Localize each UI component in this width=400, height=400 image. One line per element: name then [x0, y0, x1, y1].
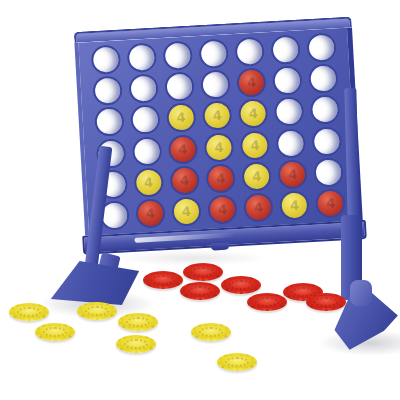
- loose-red-disc-5[interactable]: [247, 293, 287, 311]
- cell-r3-c6[interactable]: [270, 95, 308, 128]
- disc-emboss: 4: [180, 173, 190, 186]
- red-disc: 4: [238, 70, 264, 96]
- cell-r6-c5[interactable]: 4: [240, 191, 278, 224]
- hole: [200, 70, 231, 101]
- disc-emboss: 4: [288, 167, 298, 180]
- cell-r6-c2[interactable]: 4: [131, 197, 169, 230]
- hole: [90, 45, 121, 76]
- cell-r3-c5[interactable]: 4: [234, 97, 272, 130]
- loose-yellow-disc-3[interactable]: [77, 302, 117, 320]
- cell-r3-c2[interactable]: [126, 103, 164, 136]
- hole: [308, 64, 339, 95]
- disc-emboss: 4: [254, 201, 264, 214]
- loose-red-disc-2[interactable]: [183, 263, 223, 281]
- hole: [92, 76, 123, 107]
- loose-yellow-disc-4[interactable]: [118, 313, 158, 331]
- hole: [271, 34, 302, 65]
- red-disc: 4: [207, 165, 233, 191]
- disc-emboss: 4: [326, 197, 336, 210]
- yellow-disc: 4: [204, 103, 230, 129]
- cell-r5-c3[interactable]: 4: [166, 164, 204, 197]
- hole: [312, 126, 343, 157]
- cell-r3-c7[interactable]: [307, 93, 345, 126]
- cell-r6-c4[interactable]: 4: [204, 193, 242, 226]
- cell-r4-c3[interactable]: 4: [164, 133, 202, 166]
- cell-r1-c1[interactable]: [87, 43, 125, 76]
- rail-highlight: [135, 232, 236, 243]
- yellow-disc: 4: [240, 101, 266, 127]
- hole: 4: [315, 188, 346, 219]
- yellow-disc: 4: [168, 105, 194, 131]
- cell-r1-c7[interactable]: [303, 31, 341, 64]
- cell-r3-c1[interactable]: [90, 105, 128, 138]
- cell-r5-c4[interactable]: 4: [202, 162, 240, 195]
- loose-yellow-disc-7[interactable]: [217, 353, 257, 371]
- cell-r2-c3[interactable]: [160, 70, 198, 103]
- loose-yellow-disc-6[interactable]: [191, 323, 231, 341]
- board-grid: 444444444444444444: [78, 28, 357, 236]
- cell-r4-c4[interactable]: 4: [200, 131, 238, 164]
- disc-emboss: 4: [247, 76, 257, 89]
- hole: 4: [238, 99, 269, 130]
- cell-r6-c6[interactable]: 4: [276, 189, 314, 222]
- loose-yellow-disc-5[interactable]: [116, 335, 156, 353]
- cell-r3-c4[interactable]: 4: [198, 99, 236, 132]
- cell-r1-c6[interactable]: [267, 33, 305, 66]
- disc-emboss: 4: [144, 175, 154, 188]
- yellow-disc: 4: [281, 192, 307, 218]
- disc-emboss: 4: [181, 205, 191, 218]
- loose-yellow-disc-1[interactable]: [9, 303, 49, 321]
- loose-red-disc-4[interactable]: [221, 276, 261, 294]
- hole: [126, 42, 157, 73]
- yellow-disc: 4: [242, 132, 268, 158]
- hole: 4: [241, 161, 272, 192]
- disc-emboss: 4: [248, 107, 258, 120]
- disc-emboss: 4: [290, 199, 300, 212]
- cell-r1-c2[interactable]: [123, 41, 161, 74]
- hole: [314, 157, 345, 188]
- hole: [310, 95, 341, 126]
- hole: [272, 66, 303, 97]
- hole: 4: [171, 196, 202, 227]
- hole: [162, 40, 193, 71]
- red-disc: 4: [245, 194, 271, 220]
- hole: 4: [204, 132, 235, 163]
- cell-r4-c6[interactable]: [272, 126, 310, 159]
- yellow-disc: 4: [244, 163, 270, 189]
- disc-emboss: 4: [250, 138, 260, 151]
- cell-r2-c2[interactable]: [124, 72, 162, 105]
- hole: 4: [205, 163, 236, 194]
- hole: 4: [279, 190, 310, 221]
- cell-r5-c2[interactable]: 4: [130, 166, 168, 199]
- cell-r2-c5[interactable]: 4: [233, 66, 271, 99]
- cell-r2-c1[interactable]: [88, 74, 126, 107]
- hole: 4: [202, 101, 233, 132]
- cell-r4-c7[interactable]: [308, 124, 346, 157]
- hole: [235, 36, 266, 67]
- hole: 4: [133, 167, 164, 198]
- cell-r6-c3[interactable]: 4: [167, 195, 205, 228]
- hole: 4: [135, 198, 166, 229]
- hole: [164, 72, 195, 103]
- disc-emboss: 4: [145, 207, 155, 220]
- hole: 4: [278, 159, 309, 190]
- yellow-disc: 4: [135, 169, 161, 195]
- disc-emboss: 4: [176, 111, 186, 124]
- cell-r5-c7[interactable]: [310, 156, 348, 189]
- hole: [131, 136, 162, 167]
- cell-r1-c5[interactable]: [231, 35, 269, 68]
- red-disc: 4: [317, 190, 343, 216]
- cell-r2-c7[interactable]: [305, 62, 343, 95]
- cell-r1-c4[interactable]: [195, 37, 233, 70]
- hole: [94, 107, 125, 138]
- hole: 4: [236, 68, 267, 99]
- cell-r5-c6[interactable]: 4: [274, 158, 312, 191]
- red-disc: 4: [280, 161, 306, 187]
- hole: [307, 32, 338, 63]
- loose-yellow-disc-2[interactable]: [35, 323, 75, 341]
- hole: 4: [166, 103, 197, 134]
- yellow-disc: 4: [173, 198, 199, 224]
- disc-emboss: 4: [218, 203, 228, 216]
- hole: [128, 74, 159, 105]
- hole: 4: [243, 192, 274, 223]
- hole: [130, 105, 161, 136]
- disc-emboss: 4: [216, 171, 226, 184]
- hole: [198, 38, 229, 69]
- red-disc: 4: [171, 167, 197, 193]
- hole: 4: [169, 165, 200, 196]
- cell-r1-c3[interactable]: [159, 39, 197, 72]
- cell-r2-c6[interactable]: [269, 64, 307, 97]
- loose-red-disc-3[interactable]: [180, 282, 220, 300]
- hole: 4: [240, 130, 271, 161]
- red-disc: 4: [137, 200, 163, 226]
- release-slider[interactable]: [211, 243, 229, 251]
- yellow-disc: 4: [206, 134, 232, 160]
- cell-r3-c3[interactable]: 4: [162, 101, 200, 134]
- loose-red-disc-7[interactable]: [306, 293, 346, 311]
- loose-red-disc-1[interactable]: [143, 271, 183, 289]
- hole: [276, 128, 307, 159]
- red-disc: 4: [170, 136, 196, 162]
- cell-r4-c2[interactable]: [128, 135, 166, 168]
- connect-four-board: 444444444444444444: [74, 16, 364, 261]
- disc-emboss: 4: [212, 109, 222, 122]
- board-face: 444444444444444444: [74, 27, 362, 235]
- hole: [274, 97, 305, 128]
- cell-r5-c5[interactable]: 4: [238, 160, 276, 193]
- cell-r4-c5[interactable]: 4: [236, 128, 274, 161]
- hole: 4: [168, 134, 199, 165]
- red-disc: 4: [209, 196, 235, 222]
- connect-four-photo: 444444444444444444: [0, 0, 400, 400]
- cell-r2-c4[interactable]: [197, 68, 235, 101]
- disc-emboss: 4: [178, 142, 188, 155]
- disc-emboss: 4: [214, 140, 224, 153]
- disc-emboss: 4: [252, 169, 262, 182]
- right-foot-knob: [350, 280, 372, 306]
- hole: 4: [207, 194, 238, 225]
